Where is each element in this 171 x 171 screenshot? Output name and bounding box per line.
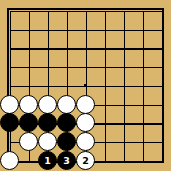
- point-5-8[interactable]: [76, 132, 95, 151]
- point-8-6[interactable]: [133, 95, 152, 114]
- point-8-3[interactable]: [133, 39, 152, 58]
- point-9-2[interactable]: [152, 20, 171, 39]
- point-4-6[interactable]: [57, 95, 76, 114]
- point-7-7[interactable]: [114, 114, 133, 133]
- white-stone: [0, 95, 19, 114]
- white-stone: [57, 95, 76, 114]
- point-3-6[interactable]: [38, 95, 57, 114]
- white-stone: [0, 151, 19, 170]
- point-9-6[interactable]: [152, 95, 171, 114]
- point-5-5[interactable]: [76, 76, 95, 95]
- move-2-white-stone: 2: [76, 151, 95, 170]
- point-7-5[interactable]: [114, 76, 133, 95]
- point-1-8[interactable]: [0, 132, 19, 151]
- point-4-1[interactable]: [57, 1, 76, 20]
- point-9-9[interactable]: [152, 151, 171, 170]
- point-3-4[interactable]: [38, 57, 57, 76]
- point-6-3[interactable]: [95, 39, 114, 58]
- point-3-5[interactable]: [38, 76, 57, 95]
- point-7-6[interactable]: [114, 95, 133, 114]
- point-3-3[interactable]: [38, 39, 57, 58]
- point-6-9[interactable]: [95, 151, 114, 170]
- point-4-3[interactable]: [57, 39, 76, 58]
- point-4-5[interactable]: [57, 76, 76, 95]
- point-4-8[interactable]: [57, 132, 76, 151]
- point-3-1[interactable]: [38, 1, 57, 20]
- white-stone: [76, 132, 95, 151]
- point-8-1[interactable]: [133, 1, 152, 20]
- point-2-3[interactable]: [19, 39, 38, 58]
- point-5-7[interactable]: [76, 114, 95, 133]
- point-2-7[interactable]: [19, 114, 38, 133]
- point-5-3[interactable]: [76, 39, 95, 58]
- black-stone: [57, 113, 76, 132]
- point-5-6[interactable]: [76, 95, 95, 114]
- point-5-9[interactable]: 2: [76, 151, 95, 170]
- point-7-9[interactable]: [114, 151, 133, 170]
- move-1-black-stone: 1: [38, 151, 57, 170]
- point-9-1[interactable]: [152, 1, 171, 20]
- point-4-9[interactable]: 3: [57, 151, 76, 170]
- point-6-2[interactable]: [95, 20, 114, 39]
- point-2-8[interactable]: [19, 132, 38, 151]
- point-1-5[interactable]: [0, 76, 19, 95]
- point-1-9[interactable]: [0, 151, 19, 170]
- point-3-9[interactable]: 1: [38, 151, 57, 170]
- point-7-8[interactable]: [114, 132, 133, 151]
- point-1-2[interactable]: [0, 20, 19, 39]
- point-7-4[interactable]: [114, 57, 133, 76]
- point-2-9[interactable]: [19, 151, 38, 170]
- white-stone: [76, 113, 95, 132]
- point-9-4[interactable]: [152, 57, 171, 76]
- point-2-5[interactable]: [19, 76, 38, 95]
- point-3-7[interactable]: [38, 114, 57, 133]
- point-3-2[interactable]: [38, 20, 57, 39]
- point-5-2[interactable]: [76, 20, 95, 39]
- white-stone: [19, 132, 38, 151]
- white-stone: [19, 95, 38, 114]
- point-6-5[interactable]: [95, 76, 114, 95]
- black-stone: [57, 132, 76, 151]
- point-5-4[interactable]: [76, 57, 95, 76]
- point-8-7[interactable]: [133, 114, 152, 133]
- point-8-5[interactable]: [133, 76, 152, 95]
- star-point: [84, 84, 87, 87]
- move-3-black-stone: 3: [57, 151, 76, 170]
- point-9-5[interactable]: [152, 76, 171, 95]
- point-4-2[interactable]: [57, 20, 76, 39]
- point-1-6[interactable]: [0, 95, 19, 114]
- point-6-8[interactable]: [95, 132, 114, 151]
- point-8-4[interactable]: [133, 57, 152, 76]
- point-2-2[interactable]: [19, 20, 38, 39]
- point-8-8[interactable]: [133, 132, 152, 151]
- point-2-4[interactable]: [19, 57, 38, 76]
- point-7-3[interactable]: [114, 39, 133, 58]
- black-stone: [0, 113, 19, 132]
- point-3-8[interactable]: [38, 132, 57, 151]
- point-9-7[interactable]: [152, 114, 171, 133]
- point-2-1[interactable]: [19, 1, 38, 20]
- point-7-2[interactable]: [114, 20, 133, 39]
- go-board: 132: [0, 1, 171, 170]
- point-6-1[interactable]: [95, 1, 114, 20]
- point-4-4[interactable]: [57, 57, 76, 76]
- point-9-3[interactable]: [152, 39, 171, 58]
- black-stone: [38, 113, 57, 132]
- point-2-6[interactable]: [19, 95, 38, 114]
- black-stone: [19, 113, 38, 132]
- point-1-3[interactable]: [0, 39, 19, 58]
- point-7-1[interactable]: [114, 1, 133, 20]
- point-1-1[interactable]: [0, 1, 19, 20]
- point-8-2[interactable]: [133, 20, 152, 39]
- point-6-6[interactable]: [95, 95, 114, 114]
- white-stone: [38, 132, 57, 151]
- point-1-7[interactable]: [0, 114, 19, 133]
- point-5-1[interactable]: [76, 1, 95, 20]
- go-board-diagram: 132: [0, 0, 171, 171]
- point-9-8[interactable]: [152, 132, 171, 151]
- point-6-7[interactable]: [95, 114, 114, 133]
- white-stone: [38, 95, 57, 114]
- point-1-4[interactable]: [0, 57, 19, 76]
- point-4-7[interactable]: [57, 114, 76, 133]
- point-6-4[interactable]: [95, 57, 114, 76]
- point-8-9[interactable]: [133, 151, 152, 170]
- white-stone: [76, 95, 95, 114]
